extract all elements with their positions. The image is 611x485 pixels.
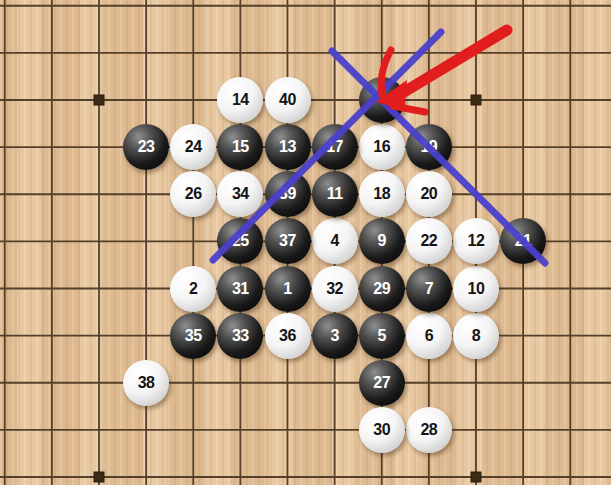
stone-black-25: 25	[217, 218, 263, 264]
stone-number: 29	[373, 280, 390, 298]
stone-number: 22	[420, 232, 437, 250]
stone-black-last-unnumbered	[359, 77, 405, 123]
stone-black-35: 35	[170, 313, 216, 359]
stone-number: 32	[326, 280, 343, 298]
stone-number: 21	[515, 232, 532, 250]
stone-number: 3	[330, 327, 338, 345]
stone-number: 38	[138, 374, 155, 392]
stone-white-2: 2	[170, 266, 216, 312]
stone-number: 30	[373, 421, 390, 439]
stone-white-34: 34	[217, 171, 263, 217]
stone-number: 28	[420, 421, 437, 439]
stone-number: 12	[468, 232, 485, 250]
stone-number: 25	[232, 232, 249, 250]
stone-number: 9	[378, 232, 386, 250]
stone-number: 18	[373, 185, 390, 203]
stone-black-21: 21	[500, 218, 546, 264]
stone-white-36: 36	[265, 313, 311, 359]
stone-white-4: 4	[312, 218, 358, 264]
stone-white-26: 26	[170, 171, 216, 217]
stone-black-5: 5	[359, 313, 405, 359]
stone-number: 10	[468, 280, 485, 298]
stone-black-1: 1	[265, 266, 311, 312]
stone-black-19: 19	[406, 124, 452, 170]
stone-number: 33	[232, 327, 249, 345]
stone-black-31: 31	[217, 266, 263, 312]
stone-number: 8	[472, 327, 480, 345]
stone-number: 27	[373, 374, 390, 392]
stone-number: 31	[232, 280, 249, 298]
stone-white-10: 10	[453, 266, 499, 312]
stone-black-9: 9	[359, 218, 405, 264]
stone-number: 19	[420, 138, 437, 156]
stone-black-17: 17	[312, 124, 358, 170]
stone-number: 6	[425, 327, 433, 345]
stone-number: 11	[327, 185, 343, 203]
stone-number: 5	[378, 327, 386, 345]
stone-number: 39	[279, 185, 296, 203]
stone-number: 17	[326, 138, 343, 156]
stone-black-27: 27	[359, 360, 405, 406]
stone-black-3: 3	[312, 313, 358, 359]
stone-number: 35	[185, 327, 202, 345]
stone-number: 20	[420, 185, 437, 203]
stone-number: 2	[189, 280, 197, 298]
stone-white-24: 24	[170, 124, 216, 170]
stone-number: 15	[232, 138, 249, 156]
stone-number: 24	[185, 138, 202, 156]
stone-white-16: 16	[359, 124, 405, 170]
stone-number: 37	[279, 232, 296, 250]
stone-number: 16	[373, 138, 390, 156]
stone-number: 7	[425, 280, 433, 298]
stone-number: 26	[185, 185, 202, 203]
stone-white-32: 32	[312, 266, 358, 312]
stone-number: 23	[138, 138, 155, 156]
stone-white-18: 18	[359, 171, 405, 217]
stone-white-8: 8	[453, 313, 499, 359]
stone-black-13: 13	[265, 124, 311, 170]
stones-layer: 1234567891011121314151617181920212223242…	[0, 0, 594, 485]
stone-white-14: 14	[217, 77, 263, 123]
stone-white-28: 28	[406, 407, 452, 453]
stone-number: 34	[232, 185, 249, 203]
stone-black-29: 29	[359, 266, 405, 312]
stone-black-11: 11	[312, 171, 358, 217]
stone-white-38: 38	[123, 360, 169, 406]
stone-white-20: 20	[406, 171, 452, 217]
stone-number: 36	[279, 327, 296, 345]
stone-number: 4	[330, 232, 338, 250]
stone-black-15: 15	[217, 124, 263, 170]
stone-black-7: 7	[406, 266, 452, 312]
stone-number: 1	[283, 280, 291, 298]
gomoku-board[interactable]: 1234567891011121314151617181920212223242…	[0, 0, 611, 485]
stone-white-40: 40	[265, 77, 311, 123]
stone-number: 14	[232, 91, 249, 109]
stone-black-39: 39	[265, 171, 311, 217]
stone-number: 13	[279, 138, 296, 156]
stone-number: 40	[279, 91, 296, 109]
stone-black-23: 23	[123, 124, 169, 170]
stone-white-12: 12	[453, 218, 499, 264]
stone-black-37: 37	[265, 218, 311, 264]
stone-black-33: 33	[217, 313, 263, 359]
stone-white-6: 6	[406, 313, 452, 359]
stone-white-30: 30	[359, 407, 405, 453]
stone-white-22: 22	[406, 218, 452, 264]
